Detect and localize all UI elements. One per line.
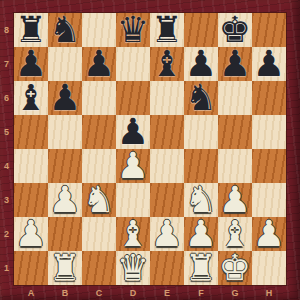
board-frame: ♜♞♛♜♚♟♟♝♟♟♟♝♟♞♟♟♟♞♞♟♟♝♟♟♝♟♜♛♜♚ 87654321 … <box>0 0 300 300</box>
piece-white-king: ♚ <box>218 251 252 285</box>
rank-label-4: 4 <box>0 149 13 183</box>
piece-black-knight: ♞ <box>48 13 82 47</box>
piece-black-pawn: ♟ <box>48 81 82 115</box>
square-g8[interactable]: ♚ <box>218 13 252 47</box>
rank-label-8: 8 <box>0 13 13 47</box>
square-a8[interactable]: ♜ <box>14 13 48 47</box>
square-h7[interactable]: ♟ <box>252 47 286 81</box>
piece-white-pawn: ♟ <box>252 217 286 251</box>
piece-white-bishop: ♝ <box>218 217 252 251</box>
square-b2[interactable] <box>48 217 82 251</box>
square-b4[interactable] <box>48 149 82 183</box>
piece-black-pawn: ♟ <box>14 47 48 81</box>
square-d5[interactable]: ♟ <box>116 115 150 149</box>
chess-board: ♜♞♛♜♚♟♟♝♟♟♟♝♟♞♟♟♟♞♞♟♟♝♟♟♝♟♜♛♜♚ <box>14 13 286 285</box>
piece-white-pawn: ♟ <box>14 217 48 251</box>
piece-black-pawn: ♟ <box>184 47 218 81</box>
file-label-b: B <box>48 285 82 300</box>
square-a3[interactable] <box>14 183 48 217</box>
square-e8[interactable]: ♜ <box>150 13 184 47</box>
square-f3[interactable]: ♞ <box>184 183 218 217</box>
piece-black-pawn: ♟ <box>82 47 116 81</box>
square-d8[interactable]: ♛ <box>116 13 150 47</box>
square-e3[interactable] <box>150 183 184 217</box>
rank-label-1: 1 <box>0 251 13 285</box>
square-e7[interactable]: ♝ <box>150 47 184 81</box>
square-f7[interactable]: ♟ <box>184 47 218 81</box>
square-h5[interactable] <box>252 115 286 149</box>
square-c8[interactable] <box>82 13 116 47</box>
square-a1[interactable] <box>14 251 48 285</box>
piece-black-bishop: ♝ <box>14 81 48 115</box>
square-g6[interactable] <box>218 81 252 115</box>
square-e4[interactable] <box>150 149 184 183</box>
square-h3[interactable] <box>252 183 286 217</box>
piece-white-pawn: ♟ <box>150 217 184 251</box>
piece-black-king: ♚ <box>218 13 252 47</box>
square-f2[interactable]: ♟ <box>184 217 218 251</box>
file-label-g: G <box>218 285 252 300</box>
square-g3[interactable]: ♟ <box>218 183 252 217</box>
file-label-c: C <box>82 285 116 300</box>
file-label-f: F <box>184 285 218 300</box>
piece-white-pawn: ♟ <box>48 183 82 217</box>
square-d7[interactable] <box>116 47 150 81</box>
square-b8[interactable]: ♞ <box>48 13 82 47</box>
square-c1[interactable] <box>82 251 116 285</box>
square-f6[interactable]: ♞ <box>184 81 218 115</box>
square-f8[interactable] <box>184 13 218 47</box>
square-c3[interactable]: ♞ <box>82 183 116 217</box>
square-c4[interactable] <box>82 149 116 183</box>
piece-white-pawn: ♟ <box>218 183 252 217</box>
file-label-d: D <box>116 285 150 300</box>
file-label-e: E <box>150 285 184 300</box>
piece-black-rook: ♜ <box>14 13 48 47</box>
square-c7[interactable]: ♟ <box>82 47 116 81</box>
piece-white-bishop: ♝ <box>116 217 150 251</box>
square-a2[interactable]: ♟ <box>14 217 48 251</box>
square-d4[interactable]: ♟ <box>116 149 150 183</box>
piece-white-knight: ♞ <box>184 183 218 217</box>
square-f5[interactable] <box>184 115 218 149</box>
square-g1[interactable]: ♚ <box>218 251 252 285</box>
piece-black-queen: ♛ <box>116 13 150 47</box>
square-b1[interactable]: ♜ <box>48 251 82 285</box>
piece-white-queen: ♛ <box>116 251 150 285</box>
square-d6[interactable] <box>116 81 150 115</box>
piece-black-bishop: ♝ <box>150 47 184 81</box>
rank-label-3: 3 <box>0 183 13 217</box>
square-d3[interactable] <box>116 183 150 217</box>
piece-black-rook: ♜ <box>150 13 184 47</box>
square-g7[interactable]: ♟ <box>218 47 252 81</box>
square-e5[interactable] <box>150 115 184 149</box>
square-a7[interactable]: ♟ <box>14 47 48 81</box>
piece-white-rook: ♜ <box>184 251 218 285</box>
square-c5[interactable] <box>82 115 116 149</box>
piece-black-knight: ♞ <box>184 81 218 115</box>
square-e6[interactable] <box>150 81 184 115</box>
square-h8[interactable] <box>252 13 286 47</box>
piece-black-pawn: ♟ <box>218 47 252 81</box>
square-e2[interactable]: ♟ <box>150 217 184 251</box>
rank-label-2: 2 <box>0 217 13 251</box>
square-h4[interactable] <box>252 149 286 183</box>
square-c2[interactable] <box>82 217 116 251</box>
square-f4[interactable] <box>184 149 218 183</box>
piece-black-pawn: ♟ <box>252 47 286 81</box>
square-b5[interactable] <box>48 115 82 149</box>
file-label-h: H <box>252 285 286 300</box>
square-b7[interactable] <box>48 47 82 81</box>
rank-label-7: 7 <box>0 47 13 81</box>
piece-black-pawn: ♟ <box>116 115 150 149</box>
square-f1[interactable]: ♜ <box>184 251 218 285</box>
square-g4[interactable] <box>218 149 252 183</box>
square-g2[interactable]: ♝ <box>218 217 252 251</box>
square-a4[interactable] <box>14 149 48 183</box>
square-c6[interactable] <box>82 81 116 115</box>
rank-label-5: 5 <box>0 115 13 149</box>
square-g5[interactable] <box>218 115 252 149</box>
file-label-a: A <box>14 285 48 300</box>
square-h1[interactable] <box>252 251 286 285</box>
piece-white-pawn: ♟ <box>116 149 150 183</box>
square-a6[interactable]: ♝ <box>14 81 48 115</box>
square-h6[interactable] <box>252 81 286 115</box>
square-e1[interactable] <box>150 251 184 285</box>
piece-white-knight: ♞ <box>82 183 116 217</box>
square-h2[interactable]: ♟ <box>252 217 286 251</box>
square-b3[interactable]: ♟ <box>48 183 82 217</box>
square-a5[interactable] <box>14 115 48 149</box>
square-d1[interactable]: ♛ <box>116 251 150 285</box>
square-d2[interactable]: ♝ <box>116 217 150 251</box>
square-b6[interactable]: ♟ <box>48 81 82 115</box>
rank-label-6: 6 <box>0 81 13 115</box>
piece-white-rook: ♜ <box>48 251 82 285</box>
piece-white-pawn: ♟ <box>184 217 218 251</box>
